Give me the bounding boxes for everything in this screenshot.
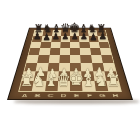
file-label-b: B	[30, 93, 44, 100]
square-e1[interactable]	[70, 81, 83, 91]
square-e3[interactable]	[70, 63, 81, 71]
file-label-e: E	[70, 93, 83, 100]
square-c3[interactable]	[47, 63, 59, 71]
square-c1[interactable]	[45, 81, 58, 91]
squares-grid	[18, 30, 122, 92]
square-d2[interactable]	[58, 71, 70, 80]
square-e4[interactable]	[70, 55, 81, 63]
file-label-d: D	[57, 93, 70, 100]
file-label-c: C	[44, 93, 58, 100]
file-labels: ABCDEFGH	[17, 93, 123, 100]
square-e2[interactable]	[70, 71, 82, 80]
chessboard-photo: ABCDEFGH ♜♞♝♛♚♝♞♜♟♟♟♟♟♟♟♟♟♟♟♟♟♟♟♟♜♞♝♛♚♝♞…	[0, 0, 140, 130]
perspective-wrapper: ABCDEFGH	[7, 28, 133, 100]
square-h2[interactable]	[104, 71, 118, 80]
square-d4[interactable]	[59, 55, 70, 63]
file-label-h: H	[108, 93, 123, 100]
square-c2[interactable]	[46, 71, 59, 80]
square-c4[interactable]	[48, 55, 59, 63]
chess-board: ABCDEFGH	[7, 28, 133, 100]
file-label-f: F	[83, 93, 97, 100]
square-h5[interactable]	[100, 48, 112, 55]
square-h3[interactable]	[103, 63, 116, 71]
square-h1[interactable]	[106, 81, 121, 91]
square-e5[interactable]	[70, 48, 80, 55]
square-d1[interactable]	[57, 81, 70, 91]
square-d5[interactable]	[60, 48, 70, 55]
square-h4[interactable]	[101, 55, 113, 63]
square-d3[interactable]	[59, 63, 70, 71]
square-c5[interactable]	[49, 48, 60, 55]
